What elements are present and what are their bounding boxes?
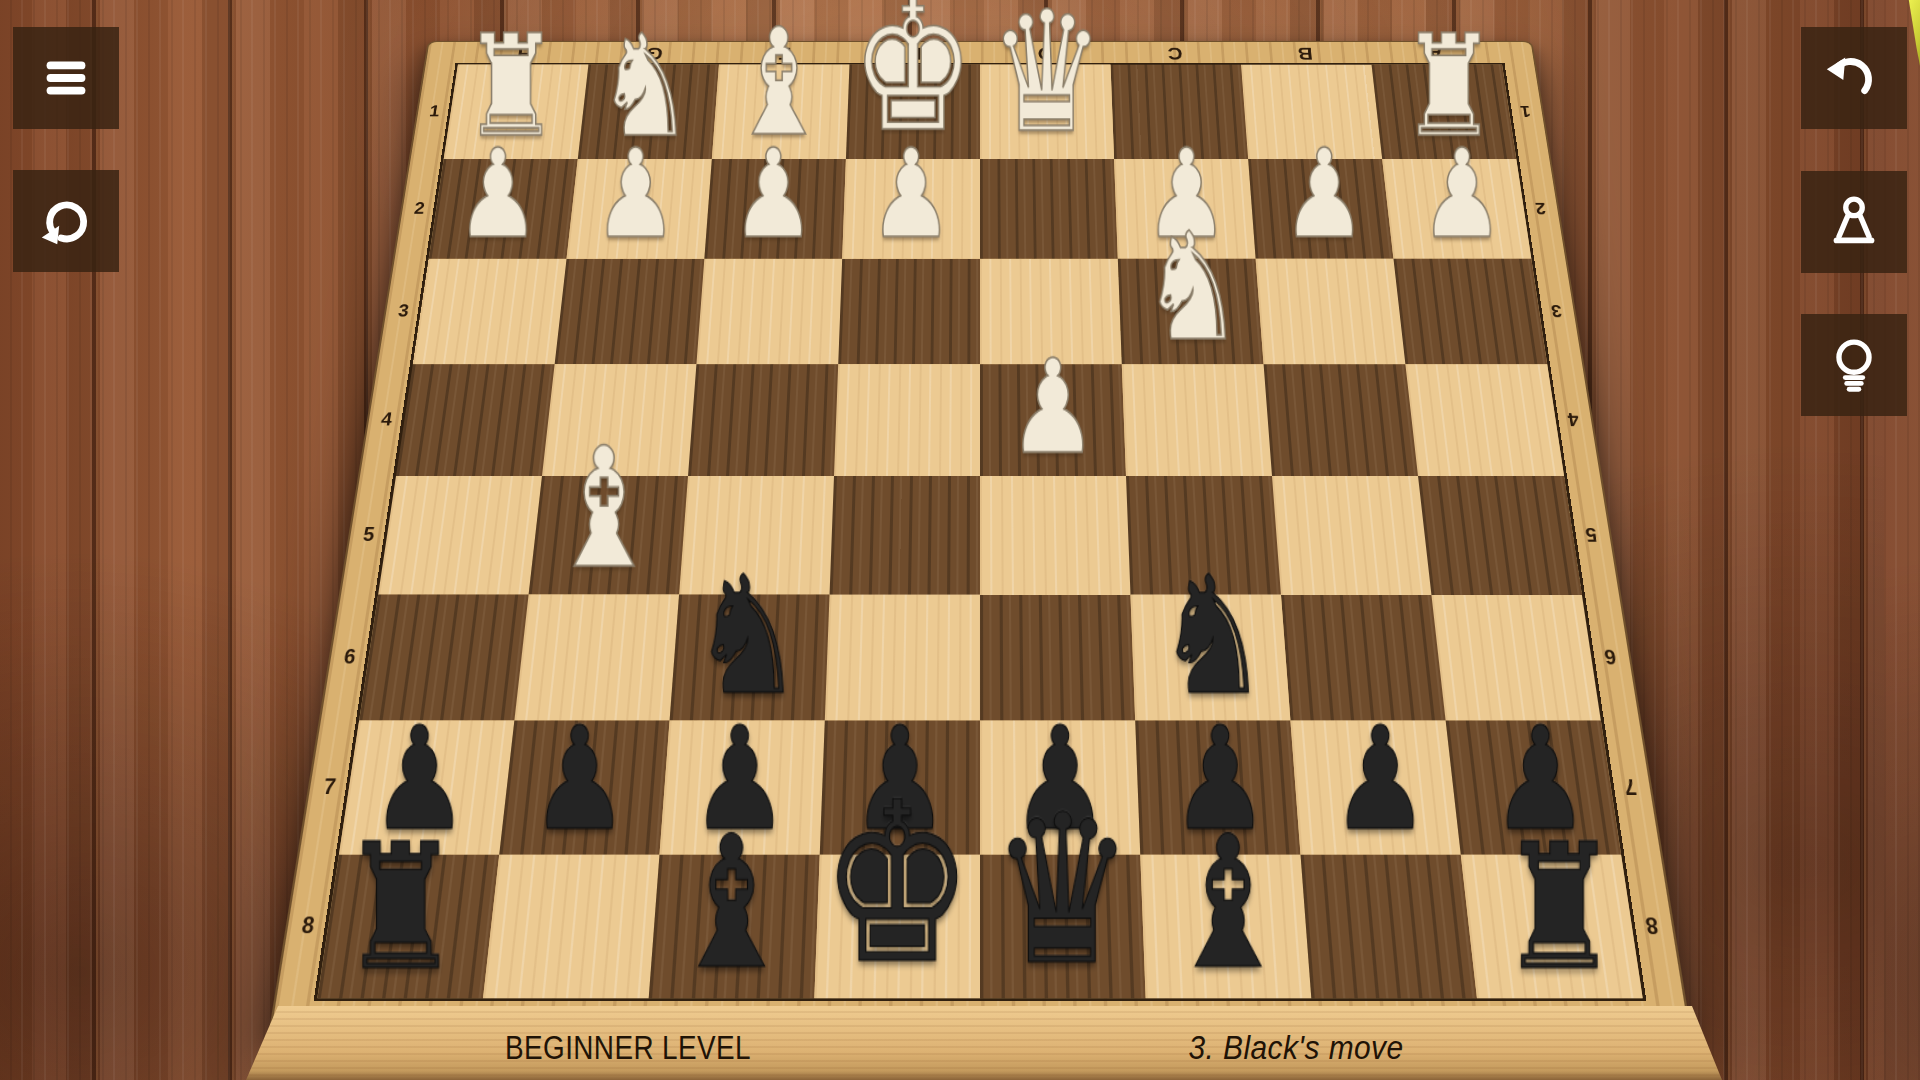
square-e8[interactable]: ♚ (814, 855, 980, 998)
black-queen-d8[interactable]: ♛ (992, 788, 1134, 994)
undo-button[interactable] (1801, 27, 1907, 129)
square-h2[interactable]: ♟ (429, 159, 578, 259)
undo-icon (1821, 45, 1887, 111)
square-e2[interactable]: ♟ (842, 159, 980, 259)
move-indicator: 3. Black's move (1188, 1028, 1403, 1067)
white-queen-d1[interactable]: ♛ (989, 0, 1104, 156)
restart-button[interactable] (13, 170, 119, 272)
white-bishop-g5[interactable]: ♝ (547, 425, 661, 591)
square-g3[interactable] (555, 259, 705, 364)
square-e4[interactable] (834, 364, 980, 476)
lightbulb-icon (1821, 332, 1887, 398)
square-a4[interactable] (1405, 364, 1564, 476)
black-rook-h8[interactable]: ♜ (341, 820, 461, 994)
pawn-button[interactable] (1801, 171, 1907, 273)
square-b2[interactable]: ♟ (1248, 159, 1393, 259)
square-f3[interactable] (696, 259, 842, 364)
chess-board: ♜♞♝♚♛♜♟♟♟♟♟♟♟♞♟♝♞♞♟♟♟♟♟♟♟♟♜♝♚♛♝♜ 11HH22G… (268, 41, 1692, 1037)
square-a8[interactable]: ♜ (1461, 855, 1643, 998)
square-d4[interactable]: ♟ (980, 364, 1126, 476)
pawn-icon (1821, 189, 1887, 255)
white-pawn-e2[interactable]: ♟ (869, 133, 954, 256)
square-d5[interactable] (980, 476, 1130, 595)
square-h4[interactable] (396, 364, 555, 476)
square-b5[interactable] (1272, 476, 1431, 595)
square-d2[interactable] (980, 159, 1118, 259)
board-front-face: BEGINNER LEVEL 3. Black's move (240, 1004, 1730, 1080)
square-f8[interactable]: ♝ (649, 855, 820, 998)
square-b3[interactable] (1256, 259, 1406, 364)
white-pawn-f2[interactable]: ♟ (731, 133, 816, 256)
square-a2[interactable]: ♟ (1382, 159, 1531, 259)
level-label: BEGINNER LEVEL (505, 1028, 751, 1067)
square-f4[interactable] (688, 364, 838, 476)
square-h3[interactable] (413, 259, 567, 364)
black-rook-a8[interactable]: ♜ (1499, 820, 1619, 994)
square-h8[interactable]: ♜ (317, 855, 499, 998)
square-g7[interactable]: ♟ (499, 721, 669, 855)
square-c8[interactable]: ♝ (1140, 855, 1311, 998)
square-f2[interactable]: ♟ (704, 159, 846, 259)
square-b7[interactable]: ♟ (1290, 721, 1460, 855)
white-pawn-d4[interactable]: ♟ (1008, 343, 1098, 473)
square-g5[interactable]: ♝ (529, 476, 688, 595)
white-pawn-a2[interactable]: ♟ (1420, 133, 1505, 256)
hint-button[interactable] (1801, 314, 1907, 416)
black-king-e8[interactable]: ♚ (821, 773, 973, 994)
black-bishop-f8[interactable]: ♝ (669, 811, 795, 994)
square-b8[interactable] (1301, 855, 1477, 998)
square-d1[interactable]: ♛ (980, 65, 1114, 159)
file-label-top-B: B (1249, 43, 1362, 64)
white-pawn-g2[interactable]: ♟ (593, 133, 678, 256)
square-e5[interactable] (830, 476, 980, 595)
square-d8[interactable]: ♛ (980, 855, 1146, 998)
white-pawn-b2[interactable]: ♟ (1282, 133, 1367, 256)
restart-icon (33, 188, 99, 254)
white-knight-c3[interactable]: ♞ (1141, 212, 1244, 361)
white-pawn-h2[interactable]: ♟ (456, 133, 541, 256)
square-g8[interactable] (483, 855, 659, 998)
black-knight-f6[interactable]: ♞ (691, 554, 803, 717)
square-a5[interactable] (1418, 476, 1582, 595)
square-a3[interactable] (1393, 259, 1547, 364)
black-pawn-g7[interactable]: ♟ (531, 708, 629, 851)
board-squares: ♜♞♝♚♛♜♟♟♟♟♟♟♟♞♟♝♞♞♟♟♟♟♟♟♟♟♜♝♚♛♝♜ (317, 65, 1642, 999)
hamburger-icon (33, 45, 99, 111)
black-knight-c6[interactable]: ♞ (1156, 554, 1268, 717)
black-pawn-b7[interactable]: ♟ (1331, 708, 1429, 851)
square-e3[interactable] (838, 259, 980, 364)
square-c3[interactable]: ♞ (1118, 259, 1264, 364)
square-h5[interactable] (378, 476, 542, 595)
square-b4[interactable] (1264, 364, 1418, 476)
menu-button[interactable] (13, 27, 119, 129)
file-label-top-C: C (1119, 43, 1231, 64)
square-c4[interactable] (1122, 364, 1272, 476)
black-bishop-c8[interactable]: ♝ (1165, 811, 1291, 994)
square-g2[interactable]: ♟ (567, 159, 712, 259)
